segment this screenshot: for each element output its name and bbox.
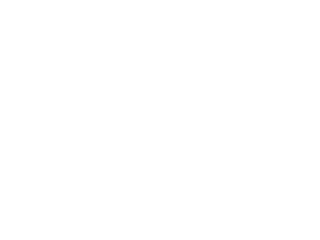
go-board[interactable] — [0, 0, 209, 209]
